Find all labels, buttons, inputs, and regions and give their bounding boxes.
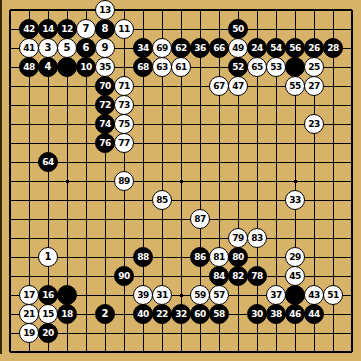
stone-white-81: 81: [209, 247, 229, 267]
stone-black-20: 20: [38, 323, 58, 343]
handicap-stone-black: [285, 57, 305, 77]
stone-white-29: 29: [285, 247, 305, 267]
stone-white-41: 41: [19, 38, 39, 58]
stone-white-61: 61: [171, 57, 191, 77]
stone-black-80: 80: [228, 247, 248, 267]
stone-white-69: 69: [152, 38, 172, 58]
stone-black-24: 24: [247, 38, 267, 58]
stone-black-38: 38: [266, 304, 286, 324]
stone-black-2: 2: [95, 304, 115, 324]
stone-white-33: 33: [285, 190, 305, 210]
stone-black-12: 12: [57, 19, 77, 39]
stone-black-84: 84: [209, 266, 229, 286]
stone-white-39: 39: [133, 285, 153, 305]
stone-black-22: 22: [152, 304, 172, 324]
stone-white-63: 63: [152, 57, 172, 77]
stone-white-87: 87: [190, 209, 210, 229]
stone-black-28: 28: [323, 38, 343, 58]
stone-white-7: 7: [76, 19, 96, 39]
stone-white-37: 37: [266, 285, 286, 305]
stone-white-85: 85: [152, 190, 172, 210]
stone-white-3: 3: [38, 38, 58, 58]
stone-white-65: 65: [247, 57, 267, 77]
stone-white-53: 53: [266, 57, 286, 77]
stone-black-8: 8: [95, 19, 115, 39]
stone-black-56: 56: [285, 38, 305, 58]
stone-black-76: 76: [95, 133, 115, 153]
stone-black-88: 88: [133, 247, 153, 267]
stone-black-68: 68: [133, 57, 153, 77]
stone-black-58: 58: [209, 304, 229, 324]
stone-white-31: 31: [152, 285, 172, 305]
stone-white-79: 79: [228, 228, 248, 248]
stone-black-82: 82: [228, 266, 248, 286]
stone-white-51: 51: [323, 285, 343, 305]
stone-white-67: 67: [209, 76, 229, 96]
handicap-stone-black: [57, 285, 77, 305]
stone-black-32: 32: [171, 304, 191, 324]
stone-black-34: 34: [133, 38, 153, 58]
stone-white-17: 17: [19, 285, 39, 305]
stone-white-27: 27: [304, 76, 324, 96]
stone-white-15: 15: [38, 304, 58, 324]
stone-white-75: 75: [114, 114, 134, 134]
stone-white-49: 49: [228, 38, 248, 58]
handicap-stone-black: [285, 285, 305, 305]
stone-black-6: 6: [76, 38, 96, 58]
stone-black-70: 70: [95, 76, 115, 96]
stone-white-55: 55: [285, 76, 305, 96]
stone-black-72: 72: [95, 95, 115, 115]
stone-black-40: 40: [133, 304, 153, 324]
stone-black-18: 18: [57, 304, 77, 324]
stone-black-30: 30: [247, 304, 267, 324]
stone-white-21: 21: [19, 304, 39, 324]
stone-black-44: 44: [304, 304, 324, 324]
stone-white-83: 83: [247, 228, 267, 248]
stone-black-74: 74: [95, 114, 115, 134]
stone-black-26: 26: [304, 38, 324, 58]
stone-black-62: 62: [171, 38, 191, 58]
stone-white-45: 45: [285, 266, 305, 286]
stone-white-77: 77: [114, 133, 134, 153]
handicap-stone-black: [57, 57, 77, 77]
stone-black-14: 14: [38, 19, 58, 39]
stone-white-19: 19: [19, 323, 39, 343]
stone-black-86: 86: [190, 247, 210, 267]
stone-white-23: 23: [304, 114, 324, 134]
stone-white-43: 43: [304, 285, 324, 305]
stone-black-64: 64: [38, 152, 58, 172]
stone-black-54: 54: [266, 38, 286, 58]
stone-black-48: 48: [19, 57, 39, 77]
stone-white-5: 5: [57, 38, 77, 58]
stone-black-4: 4: [38, 57, 58, 77]
stone-white-73: 73: [114, 95, 134, 115]
stone-white-57: 57: [209, 285, 229, 305]
stone-black-42: 42: [19, 19, 39, 39]
stone-white-1: 1: [38, 247, 58, 267]
stone-white-13: 13: [95, 0, 115, 20]
stone-white-11: 11: [114, 19, 134, 39]
stone-white-9: 9: [95, 38, 115, 58]
stone-white-47: 47: [228, 76, 248, 96]
stone-black-52: 52: [228, 57, 248, 77]
stone-black-10: 10: [76, 57, 96, 77]
go-board[interactable]: 1234567891011121314151617181920212223242…: [0, 0, 361, 361]
stone-black-36: 36: [190, 38, 210, 58]
stone-white-25: 25: [304, 57, 324, 77]
stone-white-59: 59: [190, 285, 210, 305]
stone-black-46: 46: [285, 304, 305, 324]
stone-black-60: 60: [190, 304, 210, 324]
stone-white-89: 89: [114, 171, 134, 191]
stone-black-50: 50: [228, 19, 248, 39]
stones-layer: 1234567891011121314151617181920212223242…: [0, 0, 361, 361]
stone-white-35: 35: [95, 57, 115, 77]
stone-black-90: 90: [114, 266, 134, 286]
stone-black-66: 66: [209, 38, 229, 58]
stone-black-16: 16: [38, 285, 58, 305]
stone-white-71: 71: [114, 76, 134, 96]
stone-black-78: 78: [247, 266, 267, 286]
